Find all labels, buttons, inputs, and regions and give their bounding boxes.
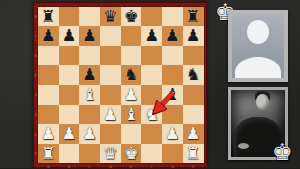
board-square-e6[interactable] <box>121 46 142 66</box>
board-square-b6[interactable] <box>59 46 80 66</box>
board-square-a7[interactable]: ♟ <box>38 26 59 46</box>
piece-black-pawn-h7[interactable]: ♟ <box>183 26 204 46</box>
board-square-g7[interactable]: ♟ <box>162 26 183 46</box>
board-square-g6[interactable] <box>162 46 183 66</box>
piece-black-pawn-a7[interactable]: ♟ <box>38 26 59 46</box>
board-square-f2[interactable] <box>141 124 162 144</box>
board-square-c7[interactable]: ♟ <box>79 26 100 46</box>
board-square-f6[interactable] <box>141 46 162 66</box>
piece-black-queen-d8[interactable]: ♛ <box>100 7 121 27</box>
board-square-h1[interactable]: ♜ <box>183 144 204 164</box>
piece-white-pawn-h2[interactable]: ♟ <box>183 124 204 144</box>
board-square-c1[interactable] <box>79 144 100 164</box>
photo-face <box>256 94 269 110</box>
board-square-a6[interactable] <box>38 46 59 66</box>
board-square-c4[interactable]: ♝ <box>79 85 100 105</box>
board-square-b3[interactable] <box>59 105 80 125</box>
chess-board-frame: 87654321 abcdefgh ♜♛♚♜♟♟♟♟♟♟♟♞♞♝♟♝♟♝♞♟♟♟… <box>33 2 207 168</box>
piece-black-rook-h8[interactable]: ♜ <box>183 7 204 27</box>
piece-white-pawn-b2[interactable]: ♟ <box>59 124 80 144</box>
black-king-icon: ♚ <box>272 139 293 165</box>
board-square-e5[interactable]: ♞ <box>121 65 142 85</box>
piece-black-pawn-f7[interactable]: ♟ <box>141 26 162 46</box>
file-label-e: e <box>121 164 142 169</box>
board-square-f4[interactable] <box>141 85 162 105</box>
board-square-h2[interactable]: ♟ <box>183 124 204 144</box>
board-square-h5[interactable]: ♞ <box>183 65 204 85</box>
board-square-f7[interactable]: ♟ <box>141 26 162 46</box>
file-label-g: g <box>162 164 183 169</box>
avatar-silhouette-head <box>247 20 269 44</box>
piece-white-pawn-g2[interactable]: ♟ <box>162 124 183 144</box>
board-square-d2[interactable] <box>100 124 121 144</box>
file-labels: abcdefgh <box>38 164 204 169</box>
piece-black-pawn-b7[interactable]: ♟ <box>59 26 80 46</box>
board-square-d1[interactable]: ♛ <box>100 144 121 164</box>
board-square-b4[interactable] <box>59 85 80 105</box>
board-square-g8[interactable] <box>162 7 183 27</box>
board-square-g1[interactable] <box>162 144 183 164</box>
board-square-e4[interactable]: ♟ <box>121 85 142 105</box>
piece-white-queen-d1[interactable]: ♛ <box>100 144 121 164</box>
file-label-d: d <box>100 164 121 169</box>
board-square-g2[interactable]: ♟ <box>162 124 183 144</box>
board-square-a4[interactable] <box>38 85 59 105</box>
board-square-a1[interactable]: ♜ <box>38 144 59 164</box>
piece-white-knight-f3[interactable]: ♞ <box>141 105 162 125</box>
board-square-d4[interactable] <box>100 85 121 105</box>
board-square-h7[interactable]: ♟ <box>183 26 204 46</box>
piece-black-rook-a8[interactable]: ♜ <box>38 7 59 27</box>
board-square-g3[interactable] <box>162 105 183 125</box>
board-square-h3[interactable] <box>183 105 204 125</box>
piece-white-rook-h1[interactable]: ♜ <box>183 144 204 164</box>
board-square-b1[interactable] <box>59 144 80 164</box>
piece-black-knight-e5[interactable]: ♞ <box>121 65 142 85</box>
board-square-d6[interactable] <box>100 46 121 66</box>
piece-white-pawn-e4[interactable]: ♟ <box>121 85 142 105</box>
piece-white-bishop-c4[interactable]: ♝ <box>79 85 100 105</box>
board-square-b7[interactable]: ♟ <box>59 26 80 46</box>
board-square-h8[interactable]: ♜ <box>183 7 204 27</box>
board-square-a8[interactable]: ♜ <box>38 7 59 27</box>
board-square-d8[interactable]: ♛ <box>100 7 121 27</box>
board-square-f1[interactable] <box>141 144 162 164</box>
piece-white-king-e1[interactable]: ♚ <box>121 144 142 164</box>
board-square-d3[interactable]: ♟ <box>100 105 121 125</box>
board-square-e1[interactable]: ♚ <box>121 144 142 164</box>
file-label-f: f <box>141 164 162 169</box>
board-square-c5[interactable]: ♟ <box>79 65 100 85</box>
board-square-h4[interactable] <box>183 85 204 105</box>
board-square-c8[interactable] <box>79 7 100 27</box>
board-square-e7[interactable] <box>121 26 142 46</box>
board-square-h6[interactable] <box>183 46 204 66</box>
video-frame: 87654321 abcdefgh ♜♛♚♜♟♟♟♟♟♟♟♞♞♝♟♝♟♝♞♟♟♟… <box>0 0 300 168</box>
board-square-b2[interactable]: ♟ <box>59 124 80 144</box>
board-square-b5[interactable] <box>59 65 80 85</box>
white-player-portrait <box>228 10 288 82</box>
file-label-c: c <box>79 164 100 169</box>
board-square-g4[interactable]: ♝ <box>162 85 183 105</box>
piece-white-pawn-d3[interactable]: ♟ <box>100 105 121 125</box>
board-square-e2[interactable] <box>121 124 142 144</box>
piece-black-pawn-g7[interactable]: ♟ <box>162 26 183 46</box>
piece-black-knight-h5[interactable]: ♞ <box>183 65 204 85</box>
board-square-f5[interactable] <box>141 65 162 85</box>
photo-hand <box>238 143 249 149</box>
avatar-silhouette-shoulders <box>235 57 281 78</box>
board-square-b8[interactable] <box>59 7 80 27</box>
piece-black-pawn-c5[interactable]: ♟ <box>79 65 100 85</box>
board-square-e8[interactable]: ♚ <box>121 7 142 27</box>
board-square-d7[interactable] <box>100 26 121 46</box>
board-square-f8[interactable] <box>141 7 162 27</box>
board-square-a2[interactable]: ♟ <box>38 124 59 144</box>
piece-black-king-e8[interactable]: ♚ <box>121 7 142 27</box>
piece-black-pawn-c7[interactable]: ♟ <box>79 26 100 46</box>
board-square-e3[interactable]: ♝ <box>121 105 142 125</box>
board-square-c6[interactable] <box>79 46 100 66</box>
piece-black-bishop-g4[interactable]: ♝ <box>162 85 183 105</box>
avatar-placeholder <box>232 14 284 78</box>
board-square-c3[interactable] <box>79 105 100 125</box>
board-square-a5[interactable] <box>38 65 59 85</box>
board-square-a3[interactable] <box>38 105 59 125</box>
piece-white-bishop-e3[interactable]: ♝ <box>121 105 142 125</box>
piece-white-rook-a1[interactable]: ♜ <box>38 144 59 164</box>
file-label-b: b <box>59 164 80 169</box>
piece-white-pawn-a2[interactable]: ♟ <box>38 124 59 144</box>
chess-board: ♜♛♚♜♟♟♟♟♟♟♟♞♞♝♟♝♟♝♞♟♟♟♟♟♜♛♚♜ <box>38 7 204 164</box>
board-square-f3[interactable]: ♞ <box>141 105 162 125</box>
piece-white-pawn-c2[interactable]: ♟ <box>79 124 100 144</box>
board-square-g5[interactable] <box>162 65 183 85</box>
board-square-c2[interactable]: ♟ <box>79 124 100 144</box>
board-square-d5[interactable] <box>100 65 121 85</box>
file-label-a: a <box>38 164 59 169</box>
file-label-h: h <box>183 164 204 169</box>
